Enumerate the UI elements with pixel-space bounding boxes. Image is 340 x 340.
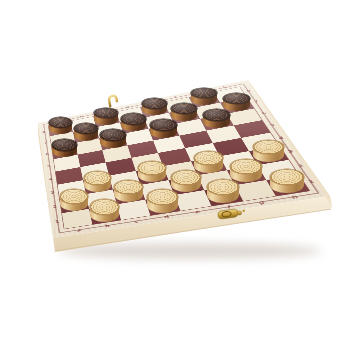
piece-top-engraving: [100, 129, 125, 141]
piece-light-f1[interactable]: [207, 179, 239, 203]
piece-dark-c6[interactable]: [100, 129, 125, 147]
piece-top-engraving: [52, 139, 76, 151]
piece-top-engraving: [49, 117, 72, 128]
piece-top-engraving: [60, 189, 87, 204]
brass-hook-icon: [109, 95, 118, 106]
scene: aa88bb77cc66dd55ee44ff33gg22hh11: [0, 0, 340, 340]
piece-top-engraving: [203, 109, 231, 121]
piece-top-engraving: [223, 93, 250, 104]
piece-light-a2[interactable]: [60, 189, 87, 211]
piece-dark-e6[interactable]: [150, 119, 176, 138]
piece-dark-c8[interactable]: [94, 108, 118, 125]
piece-top-engraving: [121, 113, 146, 124]
piece-top-engraving: [147, 189, 177, 205]
piece-top-engraving: [150, 119, 176, 131]
piece-dark-a6[interactable]: [52, 139, 76, 157]
piece-light-d1[interactable]: [147, 189, 177, 213]
piece-light-b3[interactable]: [84, 171, 111, 192]
piece-top-engraving: [90, 199, 119, 215]
piece-light-b1[interactable]: [90, 199, 119, 222]
piece-dark-g6[interactable]: [203, 109, 231, 128]
piece-top-engraving: [171, 170, 201, 185]
piece-light-h1[interactable]: [270, 169, 304, 194]
piece-top-engraving: [270, 169, 304, 185]
piece-top-engraving: [142, 98, 167, 109]
piece-dark-b7[interactable]: [74, 123, 98, 140]
piece-top-engraving: [194, 151, 224, 165]
piece-top-engraving: [84, 171, 111, 185]
piece-top-engraving: [138, 161, 166, 175]
piece-dark-a8[interactable]: [49, 117, 72, 134]
